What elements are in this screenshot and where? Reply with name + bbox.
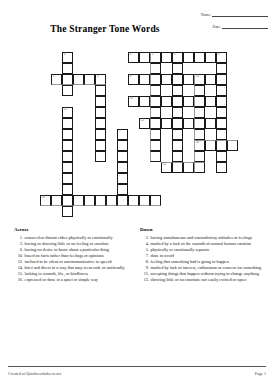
grid-cell-r13-c1[interactable] (51, 195, 62, 206)
grid-cell-r2-c3[interactable] (73, 74, 84, 85)
grid-cell-r4-c13[interactable] (183, 96, 194, 107)
clue-number: 15. (14, 271, 25, 276)
grid-cell-r9-c10[interactable] (150, 151, 161, 162)
footer: Created at Quickworksheets.net Page 1 (8, 371, 266, 376)
grid-cell-r8-c5[interactable] (95, 140, 106, 151)
grid-cell-r3-c14[interactable] (194, 85, 205, 96)
grid-cell-r5-c12[interactable] (172, 107, 183, 118)
footer-page-number: Page 1 (255, 371, 266, 376)
grid-cell-r0-c9[interactable] (139, 52, 150, 63)
date-label: Date: (213, 25, 221, 29)
clue-text: brief and direct in a way that may seem … (25, 265, 137, 270)
grid-cell-r12-c2[interactable] (62, 184, 73, 195)
grid-cell-r3-c16[interactable] (216, 85, 227, 96)
clue-down-4: 4.marked by a lack of the warmth of norm… (140, 241, 266, 246)
clue-across-16: 16.expressed or done in a quiet or simpl… (14, 277, 136, 282)
grid-cell-r1-c10[interactable] (150, 63, 161, 74)
clue-number: 3. (14, 241, 25, 246)
grid-cell-r4-c9[interactable] (139, 96, 150, 107)
clue-across-10: 10.based on facts rather than feelings o… (14, 253, 136, 258)
grid-cell-r7-c16[interactable] (216, 129, 227, 140)
clue-text: marked by lack of interest, enthusiasm o… (151, 265, 267, 270)
clue-number: 13. (140, 277, 151, 282)
name-label: Name: (201, 13, 211, 17)
grid-cell-r7-c12[interactable] (172, 129, 183, 140)
grid-cell-r6-c11[interactable] (161, 118, 172, 129)
grid-cell-r2-c13[interactable] (183, 74, 194, 85)
grid-cell-r0-c14[interactable] (194, 52, 205, 63)
grid-cell-r2-c14[interactable]: 13 (194, 74, 205, 85)
clue-text: based on facts rather than feelings or o… (25, 253, 137, 258)
grid-cell-r2-c8[interactable]: 6 (128, 74, 139, 85)
clue-number: 14. (14, 265, 25, 270)
clue-down-8: 8.feeling that something bad is going to… (140, 259, 266, 264)
clue-text: expressed or done in a quiet or simple w… (25, 277, 137, 282)
grid-cell-r10-c13[interactable] (183, 162, 194, 173)
grid-cell-r5-c2[interactable]: 11 (62, 107, 73, 118)
grid-cell-r4-c15[interactable] (205, 96, 216, 107)
grid-cell-r6-c9[interactable]: 12 (139, 118, 150, 129)
down-header: Down (140, 227, 266, 232)
grid-cell-r11-c2[interactable] (62, 173, 73, 184)
grid-cell-r6-c10[interactable] (150, 118, 161, 129)
grid-cell-r4-c16[interactable] (216, 96, 227, 107)
grid-cell-r7-c10[interactable] (150, 129, 161, 140)
grid-cell-r0-c13[interactable] (183, 52, 194, 63)
grid-cell-r0-c12[interactable]: 8 (172, 52, 183, 63)
clue-lists: Across 1.removed or distant either physi… (14, 227, 266, 283)
across-header: Across (14, 227, 136, 232)
clue-number: 16. (14, 277, 25, 282)
clue-text: showing little or no emotion; not easily… (151, 277, 267, 282)
grid-cell-r1-c12[interactable] (172, 63, 183, 74)
cell-number: 7 (119, 130, 121, 133)
grid-cell-r3-c12[interactable] (172, 85, 183, 96)
grid-cell-r12-c7[interactable] (117, 184, 128, 195)
grid-cell-r2-c15[interactable] (205, 74, 216, 85)
clue-text: having or showing little or no feeling o… (25, 241, 137, 246)
grid-cell-r6-c12[interactable] (172, 118, 183, 129)
cell-number: 13 (196, 75, 199, 78)
clue-across-6: 6.having no desire to know about a parti… (14, 247, 136, 252)
down-clues: Down 2.having simultaneous and contradic… (140, 227, 266, 283)
grid-cell-r1-c2[interactable] (62, 63, 73, 74)
grid-cell-r13-c9[interactable] (139, 195, 150, 206)
grid-cell-r2-c4[interactable] (84, 74, 95, 85)
name-date-block: Name: Date: (201, 12, 268, 36)
grid-cell-r4-c5[interactable] (95, 96, 106, 107)
grid-cell-r0-c15[interactable] (205, 52, 216, 63)
grid-cell-r14-c2[interactable] (62, 206, 73, 217)
clue-across-1: 1.removed or distant either physically o… (14, 235, 136, 240)
grid-cell-r7-c2[interactable] (62, 129, 73, 140)
grid-cell-r6-c5[interactable] (95, 118, 106, 129)
grid-cell-r13-c4[interactable] (84, 195, 95, 206)
name-blank-line[interactable] (212, 12, 268, 17)
grid-cell-r3-c2[interactable] (62, 85, 73, 96)
grid-cell-r5-c5[interactable] (95, 107, 106, 118)
footer-divider (8, 366, 266, 367)
grid-cell-r13-c3[interactable] (73, 195, 84, 206)
grid-cell-r0-c8[interactable]: 3 (128, 52, 139, 63)
grid-cell-r6-c16[interactable] (216, 118, 227, 129)
clue-number: 4. (140, 241, 151, 246)
grid-cell-r2-c5[interactable]: 5 (95, 74, 106, 85)
clue-down-13: 13.showing little or no emotion; not eas… (140, 277, 266, 282)
grid-cell-r8-c7[interactable] (117, 140, 128, 151)
grid-cell-r10-c2[interactable] (62, 162, 73, 173)
cell-number: 3 (130, 53, 132, 56)
grid-cell-r4-c8[interactable]: 10 (128, 96, 139, 107)
grid-cell-r1-c16[interactable] (216, 63, 227, 74)
clue-number: 11. (140, 271, 151, 276)
grid-cell-r13-c6[interactable] (106, 195, 117, 206)
grid-cell-r13-c2[interactable] (62, 195, 73, 206)
grid-cell-r2-c16[interactable] (216, 74, 227, 85)
grid-cell-r2-c9[interactable] (139, 74, 150, 85)
grid-cell-r13-c7[interactable] (117, 195, 128, 206)
grid-cell-r2-c11[interactable] (161, 74, 172, 85)
grid-cell-r8-c10[interactable] (150, 140, 161, 151)
grid-cell-r9-c14[interactable] (194, 151, 205, 162)
grid-cell-r0-c10[interactable]: 2 (150, 52, 161, 63)
grid-cell-r9-c2[interactable] (62, 151, 73, 162)
grid-cell-r7-c5[interactable] (95, 129, 106, 140)
cell-number: 1 (53, 75, 55, 78)
grid-cell-r5-c14[interactable] (194, 107, 205, 118)
cell-number: 16 (42, 196, 45, 199)
grid-cell-r4-c11[interactable] (161, 96, 172, 107)
clue-across-3: 3.having or showing little or no feeling… (14, 241, 136, 246)
clue-number: 12. (14, 259, 25, 264)
grid-cell-r10-c14[interactable] (194, 162, 205, 173)
clue-text: removed or distant either physically or … (25, 235, 137, 240)
grid-cell-r10-c16[interactable] (216, 162, 227, 173)
grid-cell-r13-c10[interactable] (150, 195, 161, 206)
cell-number: 11 (64, 108, 67, 111)
clue-across-12: 12.inclined to be silent or uncommunicat… (14, 259, 136, 264)
grid-cell-r0-c16[interactable]: 9 (216, 52, 227, 63)
clue-text: physically or emotionally separate (151, 247, 267, 252)
clue-down-7: 7.done to avoid (140, 253, 266, 258)
grid-cell-r8-c16[interactable] (216, 140, 227, 151)
grid-cell-r2-c12[interactable] (172, 74, 183, 85)
grid-cell-r4-c14[interactable] (194, 96, 205, 107)
grid-cell-r8-c2[interactable] (62, 140, 73, 151)
grid-cell-r8-c17[interactable] (227, 140, 238, 151)
grid-cell-r0-c2[interactable]: 4 (62, 52, 73, 63)
clue-down-11: 11.accepting things that happen without … (140, 271, 266, 276)
grid-cell-r10-c11[interactable]: 15 (161, 162, 172, 173)
across-clues: Across 1.removed or distant either physi… (14, 227, 136, 283)
grid-cell-r4-c12[interactable] (172, 96, 183, 107)
grid-cell-r8-c14[interactable]: 14 (194, 140, 205, 151)
clue-text: marked by a lack of the warmth of normal… (151, 241, 267, 246)
grid-cell-r5-c10[interactable] (150, 107, 161, 118)
grid-cell-r5-c16[interactable] (216, 107, 227, 118)
grid-cell-r9-c7[interactable] (117, 151, 128, 162)
clue-text: feeling that something bad is going to h… (151, 259, 267, 264)
clue-across-15: 15.lacking in warmth, life, or kindlines… (14, 271, 136, 276)
date-blank-line[interactable] (222, 24, 268, 29)
cell-number: 9 (218, 53, 220, 56)
clue-text: having simultaneous and contradictory at… (151, 235, 267, 240)
grid-cell-r13-c8[interactable] (128, 195, 139, 206)
cell-number: 15 (163, 163, 166, 166)
grid-cell-r3-c5[interactable] (95, 85, 106, 96)
cell-number: 2 (152, 53, 154, 56)
cell-number: 6 (130, 75, 132, 78)
cell-number: 12 (141, 119, 144, 122)
clue-number: 5. (140, 247, 151, 252)
clue-down-5: 5.physically or emotionally separate (140, 247, 266, 252)
grid-cell-r13-c0[interactable]: 16 (40, 195, 51, 206)
clue-text: having no desire to know about a particu… (25, 247, 137, 252)
cell-number: 14 (196, 141, 199, 144)
grid-cell-r4-c10[interactable] (150, 96, 161, 107)
clue-number: 10. (14, 253, 25, 258)
clue-across-14: 14.brief and direct in a way that may se… (14, 265, 136, 270)
clue-number: 6. (14, 247, 25, 252)
grid-cell-r9-c16[interactable] (216, 151, 227, 162)
grid-cell-r6-c15[interactable] (205, 118, 216, 129)
cell-number: 4 (64, 53, 66, 56)
grid-cell-r2-c10[interactable] (150, 74, 161, 85)
clue-text: accepting things that happen without try… (151, 271, 267, 276)
grid-cell-r2-c2[interactable] (62, 74, 73, 85)
grid-cell-r8-c12[interactable] (172, 140, 183, 151)
grid-cell-r3-c10[interactable] (150, 85, 161, 96)
clue-number: 1. (14, 235, 25, 240)
cell-number: 10 (130, 97, 133, 100)
grid-cell-r7-c7[interactable]: 7 (117, 129, 128, 140)
clue-number: 7. (140, 253, 151, 258)
page-title: The Stranger Tone Words (0, 24, 210, 34)
footer-credit: Created at Quickworksheets.net (8, 371, 61, 376)
grid-cell-r0-c11[interactable] (161, 52, 172, 63)
clue-number: 8. (140, 259, 151, 264)
grid-cell-r8-c15[interactable] (205, 140, 216, 151)
grid-cell-r7-c14[interactable] (194, 129, 205, 140)
clue-text: lacking in warmth, life, or kindliness (25, 271, 137, 276)
clue-down-2: 2.having simultaneous and contradictory … (140, 235, 266, 240)
grid-cell-r11-c7[interactable] (117, 173, 128, 184)
clue-text: inclined to be silent or uncommunicative… (25, 259, 137, 264)
grid-cell-r2-c1[interactable]: 1 (51, 74, 62, 85)
grid-cell-r6-c14[interactable] (194, 118, 205, 129)
grid-cell-r6-c2[interactable] (62, 118, 73, 129)
grid-cell-r9-c5[interactable] (95, 151, 106, 162)
grid-cell-r10-c7[interactable] (117, 162, 128, 173)
clue-number: 2. (140, 235, 151, 240)
grid-cell-r9-c12[interactable] (172, 151, 183, 162)
grid-cell-r6-c13[interactable] (183, 118, 194, 129)
clue-down-9: 9.marked by lack of interest, enthusiasm… (140, 265, 266, 270)
grid-cell-r10-c12[interactable] (172, 162, 183, 173)
cell-number: 5 (97, 75, 99, 78)
cell-number: 8 (174, 53, 176, 56)
clue-number: 9. (140, 265, 151, 270)
clue-text: done to avoid (151, 253, 267, 258)
grid-cell-r13-c5[interactable] (95, 195, 106, 206)
crossword-grid: 43289156131011127141516 (40, 52, 238, 217)
